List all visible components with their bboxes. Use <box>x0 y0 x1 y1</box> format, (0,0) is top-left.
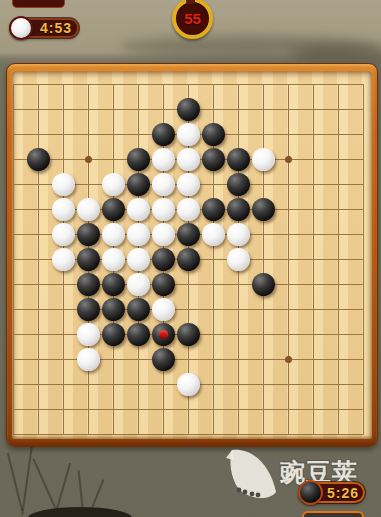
black-stone <box>127 148 150 171</box>
black-stone <box>227 198 250 221</box>
black-stone <box>177 323 200 346</box>
black-stone <box>252 198 275 221</box>
black-stone <box>77 223 100 246</box>
black-stone <box>102 323 125 346</box>
boat-silhouette <box>28 507 132 517</box>
last-move-marker <box>159 330 168 339</box>
white-stone-icon <box>9 16 33 40</box>
white-stone <box>77 198 100 221</box>
black-stone <box>77 273 100 296</box>
black-stone <box>152 348 175 371</box>
white-stone <box>227 223 250 246</box>
white-stone <box>127 198 150 221</box>
white-stone <box>102 248 125 271</box>
black-stone <box>152 323 175 346</box>
move-countdown-value: 55 <box>184 10 201 27</box>
bottom-partial-badge <box>302 511 364 517</box>
white-stone <box>152 148 175 171</box>
white-stone <box>177 173 200 196</box>
white-stone <box>77 323 100 346</box>
black-stone <box>202 148 225 171</box>
white-stone <box>127 223 150 246</box>
white-stone <box>52 223 75 246</box>
white-stone <box>252 148 275 171</box>
black-stone <box>77 248 100 271</box>
black-stone <box>227 148 250 171</box>
star-point <box>85 156 92 163</box>
black-stone <box>227 173 250 196</box>
white-stone <box>102 223 125 246</box>
game-background: 4:53 55 豌豆荚 5:26 <box>0 0 381 517</box>
grass-silhouette <box>32 458 57 512</box>
black-stone <box>77 298 100 321</box>
black-stone <box>152 248 175 271</box>
black-stone-icon <box>298 480 323 505</box>
black-stone <box>252 273 275 296</box>
white-stone <box>152 223 175 246</box>
white-stone <box>127 273 150 296</box>
board-grid[interactable] <box>13 84 364 435</box>
grass-silhouette <box>21 446 33 516</box>
black-stone <box>202 123 225 146</box>
black-stone <box>177 98 200 121</box>
white-stone <box>152 198 175 221</box>
white-stone <box>52 248 75 271</box>
white-stone <box>227 248 250 271</box>
black-stone <box>127 298 150 321</box>
white-stone <box>177 373 200 396</box>
white-stone <box>52 173 75 196</box>
white-stone <box>177 198 200 221</box>
black-stone <box>127 323 150 346</box>
board <box>12 71 372 439</box>
board-frame <box>6 63 378 447</box>
white-stone <box>77 348 100 371</box>
white-stone <box>177 123 200 146</box>
black-stone <box>177 223 200 246</box>
black-stone <box>152 123 175 146</box>
wandoujia-logo-icon <box>224 448 280 506</box>
black-stone <box>152 273 175 296</box>
background-silhouette <box>290 46 381 62</box>
white-stone <box>202 223 225 246</box>
black-clock: 5:26 <box>327 485 359 501</box>
black-stone <box>102 298 125 321</box>
white-stone <box>102 173 125 196</box>
black-stone <box>102 273 125 296</box>
move-countdown-notch <box>186 0 195 4</box>
white-stone <box>152 298 175 321</box>
black-stone <box>102 198 125 221</box>
black-timer-badge: 5:26 <box>299 482 365 503</box>
white-stone <box>52 198 75 221</box>
white-timer-badge: 4:53 <box>10 18 79 38</box>
white-stone <box>127 248 150 271</box>
star-point <box>285 156 292 163</box>
black-stone <box>177 248 200 271</box>
star-point <box>285 356 292 363</box>
white-stone <box>152 173 175 196</box>
white-clock: 4:53 <box>40 20 72 36</box>
move-countdown: 55 <box>172 0 213 39</box>
black-stone <box>127 173 150 196</box>
white-stone <box>177 148 200 171</box>
black-stone <box>27 148 50 171</box>
black-stone <box>202 198 225 221</box>
top-partial-badge <box>12 0 65 8</box>
grass-silhouette <box>55 463 71 514</box>
grass-silhouette <box>7 453 23 512</box>
